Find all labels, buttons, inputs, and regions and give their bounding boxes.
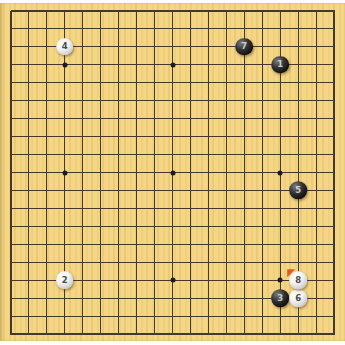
grid-line-vertical xyxy=(226,11,227,335)
last-move-marker-icon xyxy=(287,269,295,277)
go-grid[interactable]: 12345678 xyxy=(11,11,334,334)
grid-line-horizontal xyxy=(11,333,335,335)
star-point xyxy=(278,170,283,175)
stone-white-2-d4[interactable]: 2 xyxy=(56,271,74,289)
stone-number: 6 xyxy=(295,294,301,303)
grid-line-horizontal xyxy=(11,244,335,245)
go-diagram: 12345678 xyxy=(0,0,345,345)
grid-line-horizontal xyxy=(11,226,335,227)
star-point xyxy=(62,170,67,175)
stone-white-8-r4[interactable]: 8 xyxy=(289,271,307,289)
stone-white-4-d17[interactable]: 4 xyxy=(56,38,74,56)
stone-number: 8 xyxy=(295,276,301,285)
grid-line-horizontal xyxy=(11,316,335,317)
stone-white-6-r3[interactable]: 6 xyxy=(289,289,307,307)
stone-number: 1 xyxy=(277,61,283,70)
stone-number: 3 xyxy=(277,294,283,303)
stone-number: 7 xyxy=(241,43,247,52)
grid-line-vertical xyxy=(208,11,209,335)
stone-black-3-q3[interactable]: 3 xyxy=(271,289,289,307)
grid-line-vertical xyxy=(316,11,317,335)
stone-number: 2 xyxy=(62,276,68,285)
stone-black-1-q16[interactable]: 1 xyxy=(271,56,289,74)
grid-line-horizontal xyxy=(11,208,335,209)
star-point xyxy=(62,62,67,67)
grid-line-vertical xyxy=(262,11,263,335)
grid-line-horizontal xyxy=(11,262,335,263)
stone-number: 4 xyxy=(62,43,68,52)
grid-line-vertical xyxy=(333,11,335,335)
stone-black-7-o17[interactable]: 7 xyxy=(235,38,253,56)
stone-black-5-r9[interactable]: 5 xyxy=(289,182,307,200)
star-point xyxy=(170,62,175,67)
grid-line-horizontal xyxy=(11,190,335,191)
star-point xyxy=(170,278,175,283)
stone-number: 5 xyxy=(295,186,301,195)
star-point xyxy=(278,278,283,283)
grid-line-vertical xyxy=(244,11,245,335)
grid-line-vertical xyxy=(190,11,191,335)
star-point xyxy=(170,170,175,175)
